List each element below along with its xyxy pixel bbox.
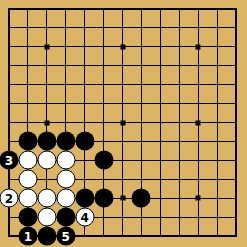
star-point xyxy=(120,120,125,125)
star-point xyxy=(120,196,125,201)
black-stone xyxy=(56,132,75,151)
black-stone xyxy=(94,151,113,170)
star-point xyxy=(196,44,201,49)
white-stone xyxy=(56,170,75,189)
black-stone xyxy=(94,189,113,208)
grid-line-horizontal xyxy=(8,179,237,180)
star-point xyxy=(196,196,201,201)
black-stone: 5 xyxy=(56,227,75,246)
star-point xyxy=(120,44,125,49)
white-stone xyxy=(37,208,56,227)
grid-line-vertical xyxy=(217,8,218,237)
black-stone xyxy=(56,208,75,227)
white-stone xyxy=(37,189,56,208)
grid-line-vertical xyxy=(235,8,237,237)
move-number-label: 4 xyxy=(80,211,88,223)
black-stone xyxy=(37,132,56,151)
move-number-label: 2 xyxy=(5,192,13,204)
go-diagram: 32415 xyxy=(0,0,247,247)
black-stone: 1 xyxy=(18,227,37,246)
black-stone xyxy=(75,189,94,208)
black-stone xyxy=(132,189,151,208)
move-number-label: 5 xyxy=(62,230,70,242)
white-stone: 2 xyxy=(0,189,19,208)
star-point xyxy=(196,120,201,125)
white-stone xyxy=(56,151,75,170)
grid-line-vertical xyxy=(179,8,180,237)
move-number-label: 3 xyxy=(5,154,13,166)
move-number-label: 1 xyxy=(24,230,32,242)
white-stone: 4 xyxy=(75,208,94,227)
white-stone xyxy=(18,151,37,170)
grid-line-vertical xyxy=(160,8,161,237)
black-stone xyxy=(75,132,94,151)
star-point xyxy=(44,120,49,125)
white-stone xyxy=(18,170,37,189)
star-point xyxy=(44,44,49,49)
black-stone: 3 xyxy=(0,151,19,170)
white-stone xyxy=(56,189,75,208)
go-board: 32415 xyxy=(0,0,247,247)
black-stone xyxy=(18,208,37,227)
black-stone xyxy=(18,132,37,151)
white-stone xyxy=(18,189,37,208)
white-stone xyxy=(37,151,56,170)
black-stone xyxy=(37,227,56,246)
